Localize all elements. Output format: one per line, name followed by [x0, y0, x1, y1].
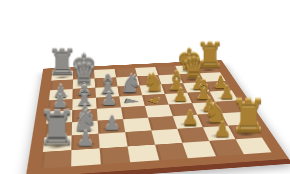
board-perspective: ♜♚♚♜♛♛♟♟♝♞♞♝♟♟♟♝♟♟♟♟♝♟♟♟♞♟♟♞♜♟♟♜ [26, 60, 289, 174]
piece-silver-rook-a2: ♜ [31, 105, 83, 151]
square-a2: ♜ [43, 136, 72, 153]
square-a1 [41, 150, 72, 168]
chess-set-photo: ♜♚♚♜♛♛♟♟♝♞♞♝♟♟♟♝♟♟♟♟♝♟♟♟♞♟♟♞♜♟♟♜ [0, 0, 290, 174]
square-d1 [128, 145, 160, 163]
square-e1 [155, 143, 188, 160]
square-g2: ♟ [203, 126, 236, 141]
board-stage: ♜♚♚♜♛♛♟♟♝♞♞♝♟♟♟♝♟♟♟♟♝♟♟♟♞♟♟♞♜♟♟♜ [38, 0, 252, 174]
piece-gold-pawn-g2: ♟ [198, 120, 248, 140]
chess-board: ♜♚♚♜♛♛♟♟♝♞♞♝♟♟♟♝♟♟♟♟♝♟♟♟♞♟♟♞♜♟♟♜ [26, 60, 289, 174]
board-grid: ♜♚♚♜♛♛♟♟♝♞♞♝♟♟♟♝♟♟♟♟♝♟♟♟♞♟♟♞♜♟♟♜ [41, 64, 271, 168]
